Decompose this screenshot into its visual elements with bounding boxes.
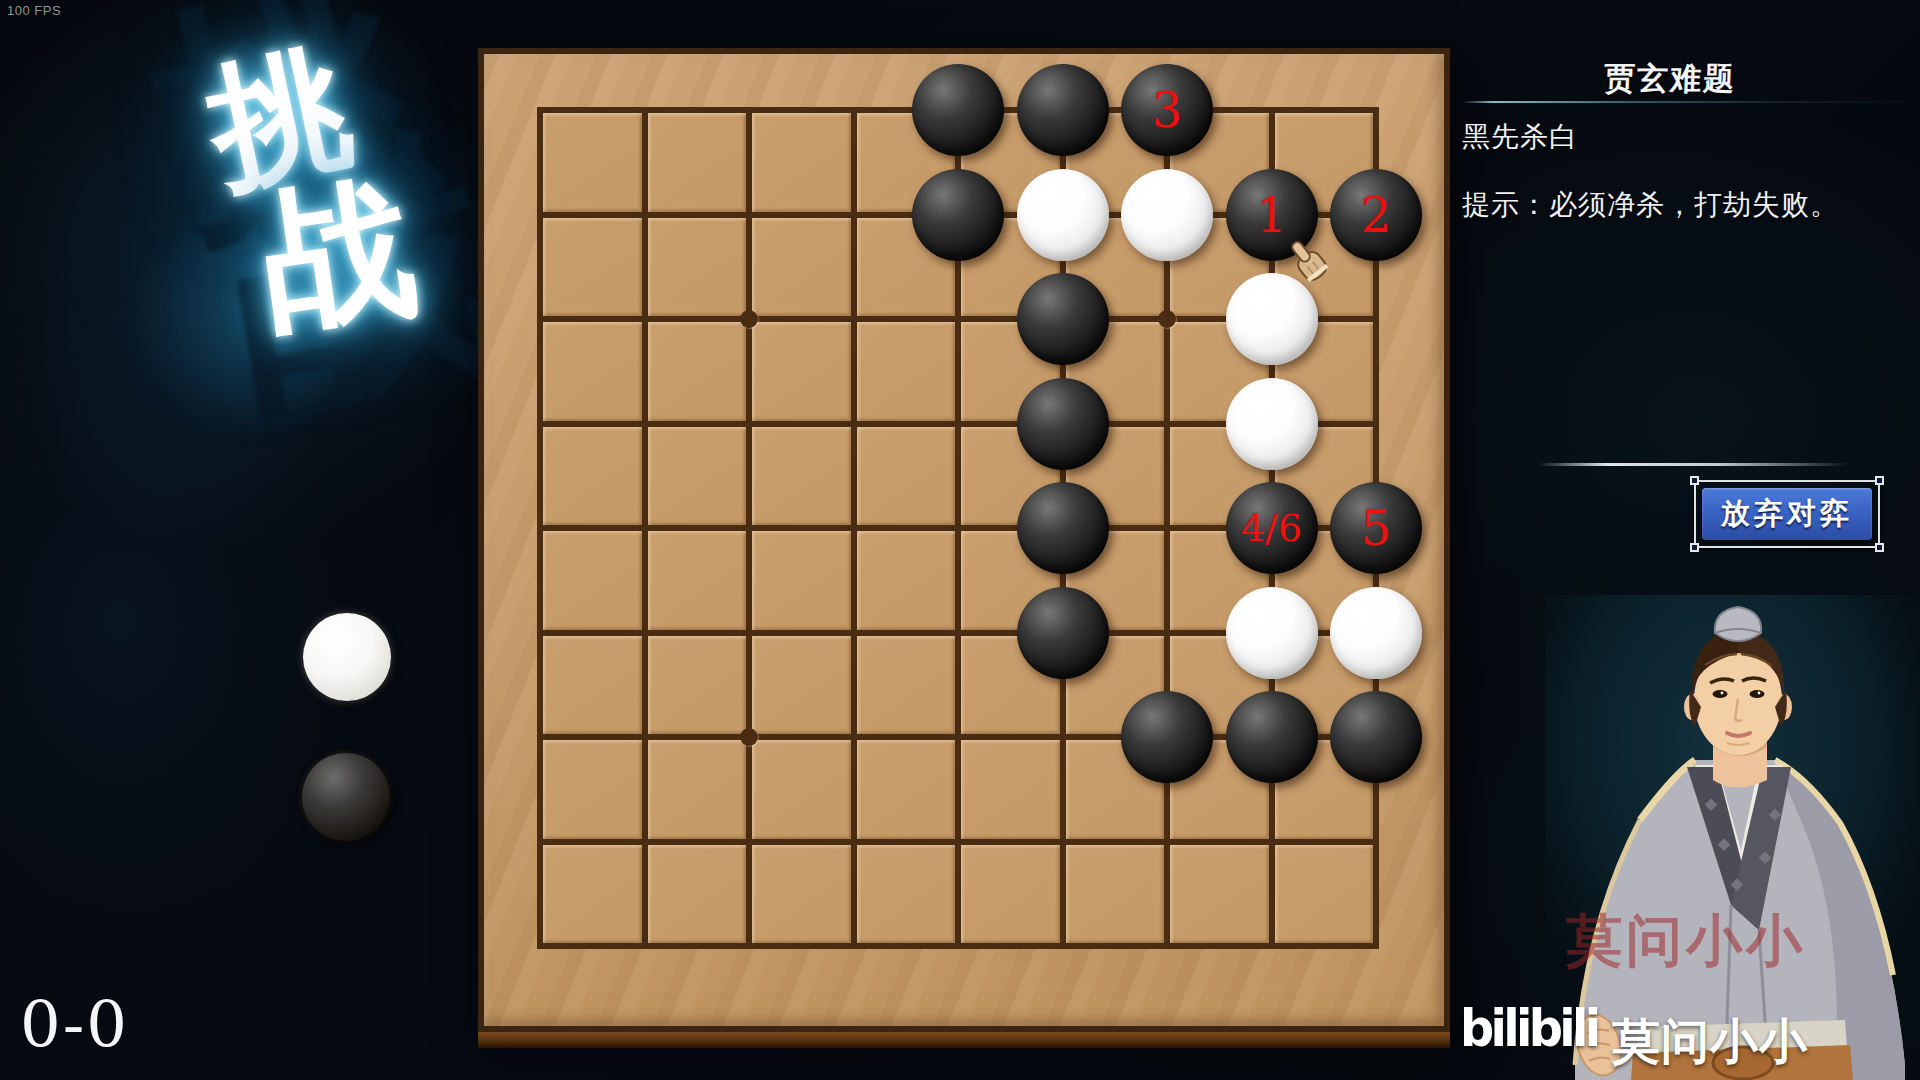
puzzle-hint-text: 提示：必须净杀，打劫失败。 xyxy=(1462,186,1839,224)
white-stone xyxy=(1330,587,1422,679)
move-number-label: 4/6 xyxy=(1241,509,1302,547)
challenge-glyph-1: 挑 xyxy=(197,35,361,199)
character-portrait xyxy=(1545,595,1920,1080)
button-corner-ornament xyxy=(1690,476,1699,485)
black-stone xyxy=(1226,691,1318,783)
black-stone xyxy=(912,169,1004,261)
black-stone xyxy=(1017,482,1109,574)
black-stone xyxy=(1121,691,1213,783)
go-board[interactable]: 3124/65 xyxy=(478,48,1450,1032)
black-stone: 2 xyxy=(1330,169,1422,261)
black-stone xyxy=(912,64,1004,156)
white-stone xyxy=(1017,169,1109,261)
black-stone xyxy=(1330,691,1422,783)
button-corner-ornament xyxy=(1690,543,1699,552)
black-stone: 4/6 xyxy=(1226,482,1318,574)
panel-divider-line xyxy=(1538,463,1850,466)
black-stone: 5 xyxy=(1330,482,1422,574)
title-underline xyxy=(1462,101,1910,103)
hand-cursor-icon xyxy=(1283,236,1335,288)
score-label: 0-0 xyxy=(20,988,129,1062)
black-stone xyxy=(1017,273,1109,365)
button-corner-ornament xyxy=(1875,476,1884,485)
star-point xyxy=(1158,310,1176,328)
black-stone xyxy=(1017,64,1109,156)
bilibili-logo: bilibili xyxy=(1460,998,1597,1058)
challenge-shadow-glyph-1: 挑 xyxy=(133,0,436,257)
black-stone xyxy=(1017,378,1109,470)
move-number-label: 2 xyxy=(1361,191,1392,239)
red-watermark: 莫问小小 xyxy=(1566,904,1806,980)
button-corner-ornament xyxy=(1875,543,1884,552)
stones-layer: 3124/65 xyxy=(484,54,1444,1026)
blue-mist-glow xyxy=(90,150,420,480)
puzzle-task-text: 黑先杀白 xyxy=(1462,118,1578,156)
white-stone xyxy=(1121,169,1213,261)
star-point xyxy=(740,310,758,328)
white-stone xyxy=(1226,587,1318,679)
move-number-label: 5 xyxy=(1361,504,1392,552)
puzzle-title: 贾玄难题 xyxy=(1569,58,1770,100)
tray-stone-white xyxy=(303,613,391,701)
move-number-label: 1 xyxy=(1256,191,1287,239)
black-stone xyxy=(1017,587,1109,679)
fps-counter: 100 FPS xyxy=(7,3,61,18)
black-stone: 3 xyxy=(1121,64,1213,156)
tray-stone-black xyxy=(302,753,390,841)
move-number-label: 3 xyxy=(1152,86,1183,134)
star-point xyxy=(740,728,758,746)
challenge-shadow-glyph-2: 战 xyxy=(209,119,516,426)
challenge-glyph-2: 战 xyxy=(252,168,424,340)
author-name: 莫问小小 xyxy=(1612,1010,1808,1074)
white-stone xyxy=(1226,378,1318,470)
challenge-calligraphy: 挑 战 挑 战 xyxy=(60,0,440,480)
resign-button[interactable]: 放弃对弈 xyxy=(1702,488,1872,540)
resign-button-label: 放弃对弈 xyxy=(1721,494,1853,534)
